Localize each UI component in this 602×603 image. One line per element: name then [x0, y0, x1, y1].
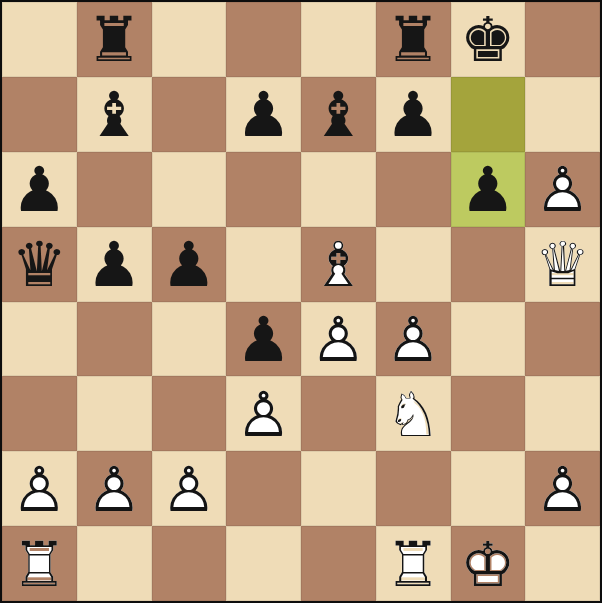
piece-white-pawn[interactable]: ♟♙	[226, 376, 301, 451]
black-pawn-glyph: ♟	[226, 302, 301, 377]
square-e8[interactable]	[301, 2, 376, 77]
square-h5[interactable]: ♛♕	[525, 227, 600, 302]
piece-white-pawn[interactable]: ♟♙	[376, 302, 451, 377]
piece-white-king[interactable]: ♚♔	[451, 526, 526, 601]
square-b3[interactable]	[77, 376, 152, 451]
square-f1[interactable]: ♜♖	[376, 526, 451, 601]
piece-white-pawn[interactable]: ♟♙	[525, 451, 600, 526]
square-f3[interactable]: ♞♘	[376, 376, 451, 451]
square-e7[interactable]: ♝	[301, 77, 376, 152]
square-h7[interactable]	[525, 77, 600, 152]
square-g2[interactable]	[451, 451, 526, 526]
black-pawn-glyph: ♟	[376, 77, 451, 152]
black-bishop-glyph: ♝	[77, 77, 152, 152]
white-king-outline: ♔	[451, 526, 526, 601]
square-a6[interactable]: ♟	[2, 152, 77, 227]
square-a2[interactable]: ♟♙	[2, 451, 77, 526]
piece-black-bishop[interactable]: ♝	[77, 77, 152, 152]
piece-black-pawn[interactable]: ♟	[226, 302, 301, 377]
square-a3[interactable]	[2, 376, 77, 451]
piece-white-pawn[interactable]: ♟♙	[152, 451, 227, 526]
square-e2[interactable]	[301, 451, 376, 526]
square-c7[interactable]	[152, 77, 227, 152]
square-c6[interactable]	[152, 152, 227, 227]
square-g4[interactable]	[451, 302, 526, 377]
piece-black-pawn[interactable]: ♟	[451, 152, 526, 227]
square-g8[interactable]: ♚	[451, 2, 526, 77]
piece-black-pawn[interactable]: ♟	[376, 77, 451, 152]
square-c2[interactable]: ♟♙	[152, 451, 227, 526]
square-g1[interactable]: ♚♔	[451, 526, 526, 601]
square-d8[interactable]	[226, 2, 301, 77]
white-pawn-outline: ♙	[2, 451, 77, 526]
white-pawn-outline: ♙	[77, 451, 152, 526]
square-d3[interactable]: ♟♙	[226, 376, 301, 451]
square-b4[interactable]	[77, 302, 152, 377]
white-pawn-outline: ♙	[301, 302, 376, 377]
black-pawn-glyph: ♟	[152, 227, 227, 302]
square-b8[interactable]: ♜	[77, 2, 152, 77]
square-d7[interactable]: ♟	[226, 77, 301, 152]
square-b1[interactable]	[77, 526, 152, 601]
square-h6[interactable]: ♟♙	[525, 152, 600, 227]
piece-white-rook[interactable]: ♜♖	[2, 526, 77, 601]
white-rook-outline: ♖	[376, 526, 451, 601]
piece-white-pawn[interactable]: ♟♙	[525, 152, 600, 227]
piece-black-pawn[interactable]: ♟	[77, 227, 152, 302]
square-h2[interactable]: ♟♙	[525, 451, 600, 526]
square-f2[interactable]	[376, 451, 451, 526]
square-g6[interactable]: ♟	[451, 152, 526, 227]
square-f6[interactable]	[376, 152, 451, 227]
black-king-glyph: ♚	[451, 2, 526, 77]
square-f8[interactable]: ♜	[376, 2, 451, 77]
white-queen-outline: ♕	[525, 227, 600, 302]
square-g5[interactable]	[451, 227, 526, 302]
black-rook-glyph: ♜	[77, 2, 152, 77]
black-pawn-glyph: ♟	[2, 152, 77, 227]
piece-black-queen[interactable]: ♛	[2, 227, 77, 302]
piece-white-bishop[interactable]: ♝♗	[301, 227, 376, 302]
square-d2[interactable]	[226, 451, 301, 526]
piece-white-pawn[interactable]: ♟♙	[301, 302, 376, 377]
piece-black-rook[interactable]: ♜	[77, 2, 152, 77]
square-a5[interactable]: ♛	[2, 227, 77, 302]
black-pawn-glyph: ♟	[77, 227, 152, 302]
square-e3[interactable]	[301, 376, 376, 451]
square-b5[interactable]: ♟	[77, 227, 152, 302]
square-g7[interactable]	[451, 77, 526, 152]
piece-black-pawn[interactable]: ♟	[226, 77, 301, 152]
square-e1[interactable]	[301, 526, 376, 601]
square-c8[interactable]	[152, 2, 227, 77]
white-pawn-outline: ♙	[376, 302, 451, 377]
piece-white-queen[interactable]: ♛♕	[525, 227, 600, 302]
black-rook-glyph: ♜	[376, 2, 451, 77]
square-a4[interactable]	[2, 302, 77, 377]
square-b2[interactable]: ♟♙	[77, 451, 152, 526]
square-e5[interactable]: ♝♗	[301, 227, 376, 302]
square-f7[interactable]: ♟	[376, 77, 451, 152]
piece-white-pawn[interactable]: ♟♙	[77, 451, 152, 526]
black-queen-glyph: ♛	[2, 227, 77, 302]
white-pawn-outline: ♙	[525, 152, 600, 227]
piece-white-rook[interactable]: ♜♖	[376, 526, 451, 601]
square-c3[interactable]	[152, 376, 227, 451]
square-d5[interactable]	[226, 227, 301, 302]
white-pawn-outline: ♙	[152, 451, 227, 526]
square-b7[interactable]: ♝	[77, 77, 152, 152]
white-pawn-outline: ♙	[525, 451, 600, 526]
white-rook-outline: ♖	[2, 526, 77, 601]
black-bishop-glyph: ♝	[301, 77, 376, 152]
square-f5[interactable]	[376, 227, 451, 302]
square-h1[interactable]	[525, 526, 600, 601]
square-a8[interactable]	[2, 2, 77, 77]
white-knight-outline: ♘	[376, 376, 451, 451]
chess-board-grid: ♜♜♚♝♟♝♟♟♟♟♙♛♟♟♝♗♛♕♟♟♙♟♙♟♙♞♘♟♙♟♙♟♙♟♙♜♖♜♖♚…	[2, 2, 600, 601]
piece-black-pawn[interactable]: ♟	[2, 152, 77, 227]
piece-black-bishop[interactable]: ♝	[301, 77, 376, 152]
black-pawn-glyph: ♟	[226, 77, 301, 152]
square-e4[interactable]: ♟♙	[301, 302, 376, 377]
square-h3[interactable]	[525, 376, 600, 451]
white-pawn-outline: ♙	[226, 376, 301, 451]
white-bishop-outline: ♗	[301, 227, 376, 302]
square-h4[interactable]	[525, 302, 600, 377]
piece-white-pawn[interactable]: ♟♙	[2, 451, 77, 526]
square-b6[interactable]	[77, 152, 152, 227]
piece-black-king[interactable]: ♚	[451, 2, 526, 77]
chess-board: ♜♜♚♝♟♝♟♟♟♟♙♛♟♟♝♗♛♕♟♟♙♟♙♟♙♞♘♟♙♟♙♟♙♟♙♜♖♜♖♚…	[0, 0, 602, 603]
square-a1[interactable]: ♜♖	[2, 526, 77, 601]
piece-black-rook[interactable]: ♜	[376, 2, 451, 77]
square-c5[interactable]: ♟	[152, 227, 227, 302]
black-pawn-glyph: ♟	[451, 152, 526, 227]
square-g3[interactable]	[451, 376, 526, 451]
square-a7[interactable]	[2, 77, 77, 152]
piece-white-knight[interactable]: ♞♘	[376, 376, 451, 451]
square-h8[interactable]	[525, 2, 600, 77]
square-e6[interactable]	[301, 152, 376, 227]
square-d6[interactable]	[226, 152, 301, 227]
square-c4[interactable]	[152, 302, 227, 377]
square-d1[interactable]	[226, 526, 301, 601]
square-d4[interactable]: ♟	[226, 302, 301, 377]
square-f4[interactable]: ♟♙	[376, 302, 451, 377]
piece-black-pawn[interactable]: ♟	[152, 227, 227, 302]
square-c1[interactable]	[152, 526, 227, 601]
